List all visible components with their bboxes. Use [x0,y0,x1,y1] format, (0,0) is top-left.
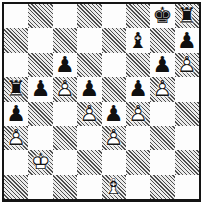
square-b7 [28,28,52,52]
square-h1 [175,175,199,199]
square-c2 [53,150,77,174]
white-pawn: ♟♙ [177,54,197,76]
square-a7 [4,28,28,52]
black-bishop: ♝ [128,30,148,52]
white-pawn: ♟♙ [153,78,173,100]
white-bishop: ♝♗ [104,176,124,198]
square-f1 [126,175,150,199]
square-c3 [53,126,77,150]
square-h8: ♜ [175,4,199,28]
square-h5 [175,77,199,101]
black-pawn: ♟ [128,78,148,100]
white-pawn: ♟♙ [104,127,124,149]
square-f3 [126,126,150,150]
white-pawn: ♟♙ [55,78,75,100]
square-c5: ♟♙ [53,77,77,101]
square-e2 [102,150,126,174]
black-king: ♚ [153,5,173,27]
square-b6 [28,53,52,77]
black-pawn: ♟ [104,103,124,125]
square-a6 [4,53,28,77]
square-c4 [53,102,77,126]
black-pawn: ♟ [177,30,197,52]
square-a8 [4,4,28,28]
square-h3 [175,126,199,150]
square-f5: ♟ [126,77,150,101]
square-g2 [150,150,174,174]
white-king: ♚♔ [31,151,51,173]
square-b1 [28,175,52,199]
square-a3: ♟♙ [4,126,28,150]
black-pawn: ♟ [153,54,173,76]
square-h4 [175,102,199,126]
square-e5 [102,77,126,101]
square-d8 [77,4,101,28]
square-b4 [28,102,52,126]
white-pawn: ♟♙ [6,127,26,149]
square-f2 [126,150,150,174]
square-c6: ♟ [53,53,77,77]
square-g3 [150,126,174,150]
square-d2 [77,150,101,174]
black-rook: ♜ [177,5,197,27]
square-h2 [175,150,199,174]
black-pawn: ♟ [55,54,75,76]
square-f4: ♟♙ [126,102,150,126]
square-g7 [150,28,174,52]
square-e8 [102,4,126,28]
square-e4: ♟ [102,102,126,126]
black-pawn: ♟ [6,103,26,125]
square-a4: ♟ [4,102,28,126]
chess-diagram: ♚♜♝♟♟♟♟♙♜♟♟♙♟♟♟♙♟♟♙♟♟♙♟♙♟♙♚♔♝♗ [0,0,203,205]
square-d3 [77,126,101,150]
square-g5: ♟♙ [150,77,174,101]
black-rook: ♜ [6,78,26,100]
square-a2 [4,150,28,174]
square-c8 [53,4,77,28]
square-b8 [28,4,52,28]
square-b3 [28,126,52,150]
square-e7 [102,28,126,52]
square-f6 [126,53,150,77]
black-pawn: ♟ [31,78,51,100]
square-a5: ♜ [4,77,28,101]
square-d4: ♟♙ [77,102,101,126]
white-pawn: ♟♙ [79,103,99,125]
square-e3: ♟♙ [102,126,126,150]
square-g8: ♚ [150,4,174,28]
square-f7: ♝ [126,28,150,52]
square-d6 [77,53,101,77]
square-a1 [4,175,28,199]
square-f8 [126,4,150,28]
chess-board: ♚♜♝♟♟♟♟♙♜♟♟♙♟♟♟♙♟♟♙♟♟♙♟♙♟♙♚♔♝♗ [2,2,201,202]
square-d5: ♟ [77,77,101,101]
square-b2: ♚♔ [28,150,52,174]
square-d1 [77,175,101,199]
square-g1 [150,175,174,199]
square-c7 [53,28,77,52]
white-pawn: ♟♙ [128,103,148,125]
square-c1 [53,175,77,199]
square-e6 [102,53,126,77]
black-pawn: ♟ [79,78,99,100]
square-h6: ♟♙ [175,53,199,77]
square-b5: ♟ [28,77,52,101]
square-h7: ♟ [175,28,199,52]
square-e1: ♝♗ [102,175,126,199]
square-g4 [150,102,174,126]
square-d7 [77,28,101,52]
square-g6: ♟ [150,53,174,77]
